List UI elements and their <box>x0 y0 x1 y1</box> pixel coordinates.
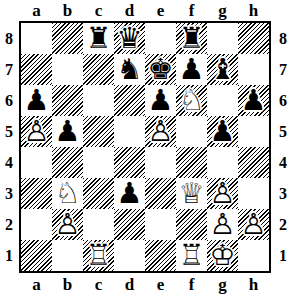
square-f8[interactable]: ♜♜ <box>176 23 207 54</box>
rank-label-3: 3 <box>274 178 292 209</box>
square-b7[interactable] <box>52 54 83 85</box>
square-h4[interactable] <box>238 147 269 178</box>
square-e5[interactable]: ♟♙ <box>145 116 176 147</box>
black-king-e7: ♚ <box>145 54 176 85</box>
black-pawn-halo: ♟ <box>238 85 269 116</box>
black-pawn-f7: ♟ <box>176 54 207 85</box>
square-a3[interactable] <box>21 178 52 209</box>
rank-label-7: 7 <box>0 54 18 85</box>
square-e6[interactable]: ♟♟ <box>145 85 176 116</box>
white-pawn-halo: ♟ <box>207 209 238 240</box>
black-queen-d8: ♛ <box>114 23 145 54</box>
white-rook-c1: ♖ <box>83 240 114 271</box>
square-d3[interactable]: ♟♟ <box>114 178 145 209</box>
square-h2[interactable]: ♟♙ <box>238 209 269 240</box>
rank-label-7: 7 <box>274 54 292 85</box>
square-g6[interactable] <box>207 85 238 116</box>
square-c6[interactable] <box>83 85 114 116</box>
square-h5[interactable] <box>238 116 269 147</box>
white-pawn-g2: ♙ <box>207 209 238 240</box>
square-a8[interactable] <box>21 23 52 54</box>
square-b1[interactable] <box>52 240 83 271</box>
black-pawn-g5: ♟ <box>207 116 238 147</box>
black-pawn-halo: ♟ <box>207 116 238 147</box>
white-king-g1: ♔ <box>207 240 238 271</box>
black-bishop-g7: ♝ <box>207 54 238 85</box>
square-d1[interactable] <box>114 240 145 271</box>
square-a2[interactable] <box>21 209 52 240</box>
file-label-c: c <box>83 275 114 295</box>
white-pawn-e5: ♙ <box>145 116 176 147</box>
file-labels-bottom: abcdefgh <box>21 275 269 295</box>
black-king-halo: ♚ <box>145 54 176 85</box>
square-a7[interactable] <box>21 54 52 85</box>
file-label-a: a <box>21 275 52 295</box>
black-bishop-halo: ♝ <box>207 54 238 85</box>
white-knight-f6: ♘ <box>176 85 207 116</box>
square-g2[interactable]: ♟♙ <box>207 209 238 240</box>
square-b6[interactable] <box>52 85 83 116</box>
square-d8[interactable]: ♛♛ <box>114 23 145 54</box>
black-rook-c8: ♜ <box>83 23 114 54</box>
rank-label-4: 4 <box>274 147 292 178</box>
square-g5[interactable]: ♟♟ <box>207 116 238 147</box>
square-d4[interactable] <box>114 147 145 178</box>
rank-label-3: 3 <box>0 178 18 209</box>
black-knight-halo: ♞ <box>114 54 145 85</box>
rank-label-1: 1 <box>0 240 18 271</box>
square-g8[interactable] <box>207 23 238 54</box>
square-a4[interactable] <box>21 147 52 178</box>
square-b3[interactable]: ♞♘ <box>52 178 83 209</box>
square-a1[interactable] <box>21 240 52 271</box>
square-h8[interactable] <box>238 23 269 54</box>
square-g4[interactable] <box>207 147 238 178</box>
square-f3[interactable]: ♛♕ <box>176 178 207 209</box>
file-label-d: d <box>114 1 145 21</box>
rank-label-4: 4 <box>0 147 18 178</box>
square-f4[interactable] <box>176 147 207 178</box>
white-pawn-a5: ♙ <box>21 116 52 147</box>
rank-label-2: 2 <box>274 209 292 240</box>
black-rook-halo: ♜ <box>176 23 207 54</box>
file-label-d: d <box>114 275 145 295</box>
rank-label-2: 2 <box>0 209 18 240</box>
black-pawn-b5: ♟ <box>52 116 83 147</box>
square-d2[interactable] <box>114 209 145 240</box>
file-label-f: f <box>176 1 207 21</box>
square-h3[interactable] <box>238 178 269 209</box>
rank-label-5: 5 <box>274 116 292 147</box>
rank-labels-right: 87654321 <box>274 23 292 271</box>
rank-label-8: 8 <box>274 23 292 54</box>
file-label-f: f <box>176 275 207 295</box>
white-pawn-halo: ♟ <box>52 209 83 240</box>
square-f7[interactable]: ♟♟ <box>176 54 207 85</box>
white-rook-halo: ♜ <box>176 240 207 271</box>
square-c8[interactable]: ♜♜ <box>83 23 114 54</box>
square-c7[interactable] <box>83 54 114 85</box>
square-g1[interactable]: ♚♔ <box>207 240 238 271</box>
file-label-e: e <box>145 1 176 21</box>
file-label-a: a <box>21 1 52 21</box>
black-pawn-h6: ♟ <box>238 85 269 116</box>
file-label-h: h <box>238 1 269 21</box>
square-e2[interactable] <box>145 209 176 240</box>
black-rook-halo: ♜ <box>83 23 114 54</box>
square-g7[interactable]: ♝♝ <box>207 54 238 85</box>
square-a6[interactable]: ♟♟ <box>21 85 52 116</box>
black-queen-halo: ♛ <box>114 23 145 54</box>
square-d5[interactable] <box>114 116 145 147</box>
square-e8[interactable] <box>145 23 176 54</box>
white-knight-halo: ♞ <box>52 178 83 209</box>
rank-label-8: 8 <box>0 23 18 54</box>
square-a5[interactable]: ♟♙ <box>21 116 52 147</box>
square-e1[interactable] <box>145 240 176 271</box>
white-rook-halo: ♜ <box>83 240 114 271</box>
black-pawn-halo: ♟ <box>114 178 145 209</box>
white-pawn-b2: ♙ <box>52 209 83 240</box>
white-knight-b3: ♘ <box>52 178 83 209</box>
black-knight-d7: ♞ <box>114 54 145 85</box>
square-b4[interactable] <box>52 147 83 178</box>
white-rook-f1: ♖ <box>176 240 207 271</box>
square-g3[interactable]: ♟♙ <box>207 178 238 209</box>
white-pawn-h2: ♙ <box>238 209 269 240</box>
white-pawn-g3: ♙ <box>207 178 238 209</box>
rank-labels-left: 87654321 <box>0 23 18 271</box>
white-pawn-halo: ♟ <box>207 178 238 209</box>
file-label-h: h <box>238 275 269 295</box>
square-f5[interactable] <box>176 116 207 147</box>
file-labels-top: abcdefgh <box>21 1 269 21</box>
rank-label-1: 1 <box>274 240 292 271</box>
file-label-e: e <box>145 275 176 295</box>
square-f1[interactable]: ♜♖ <box>176 240 207 271</box>
chess-board: ♜♜♛♛♜♜♞♞♚♚♟♟♝♝♟♟♟♟♞♘♟♟♟♙♟♟♟♙♟♟♞♘♟♟♛♕♟♙♟♙… <box>19 21 271 273</box>
square-b2[interactable]: ♟♙ <box>52 209 83 240</box>
square-h6[interactable]: ♟♟ <box>238 85 269 116</box>
square-e7[interactable]: ♚♚ <box>145 54 176 85</box>
white-pawn-halo: ♟ <box>238 209 269 240</box>
square-c5[interactable] <box>83 116 114 147</box>
black-pawn-halo: ♟ <box>145 85 176 116</box>
file-label-b: b <box>52 1 83 21</box>
black-pawn-halo: ♟ <box>21 85 52 116</box>
file-label-b: b <box>52 275 83 295</box>
square-b5[interactable]: ♟♟ <box>52 116 83 147</box>
square-d6[interactable] <box>114 85 145 116</box>
square-h1[interactable] <box>238 240 269 271</box>
file-label-g: g <box>207 275 238 295</box>
rank-label-6: 6 <box>274 85 292 116</box>
black-rook-f8: ♜ <box>176 23 207 54</box>
file-label-c: c <box>83 1 114 21</box>
square-e3[interactable] <box>145 178 176 209</box>
file-label-g: g <box>207 1 238 21</box>
square-c3[interactable] <box>83 178 114 209</box>
rank-label-5: 5 <box>0 116 18 147</box>
black-pawn-e6: ♟ <box>145 85 176 116</box>
white-queen-halo: ♛ <box>176 178 207 209</box>
black-pawn-halo: ♟ <box>52 116 83 147</box>
white-pawn-halo: ♟ <box>145 116 176 147</box>
square-f2[interactable] <box>176 209 207 240</box>
white-pawn-halo: ♟ <box>21 116 52 147</box>
rank-label-6: 6 <box>0 85 18 116</box>
black-pawn-halo: ♟ <box>176 54 207 85</box>
white-knight-halo: ♞ <box>176 85 207 116</box>
chess-board-diagram: abcdefgh 87654321 ♜♜♛♛♜♜♞♞♚♚♟♟♝♝♟♟♟♟♞♘♟♟… <box>0 0 293 295</box>
square-c4[interactable] <box>83 147 114 178</box>
square-c1[interactable]: ♜♖ <box>83 240 114 271</box>
black-pawn-a6: ♟ <box>21 85 52 116</box>
white-queen-f3: ♕ <box>176 178 207 209</box>
square-h7[interactable] <box>238 54 269 85</box>
square-f6[interactable]: ♞♘ <box>176 85 207 116</box>
white-king-halo: ♚ <box>207 240 238 271</box>
square-b8[interactable] <box>52 23 83 54</box>
square-c2[interactable] <box>83 209 114 240</box>
black-pawn-d3: ♟ <box>114 178 145 209</box>
square-e4[interactable] <box>145 147 176 178</box>
square-d7[interactable]: ♞♞ <box>114 54 145 85</box>
